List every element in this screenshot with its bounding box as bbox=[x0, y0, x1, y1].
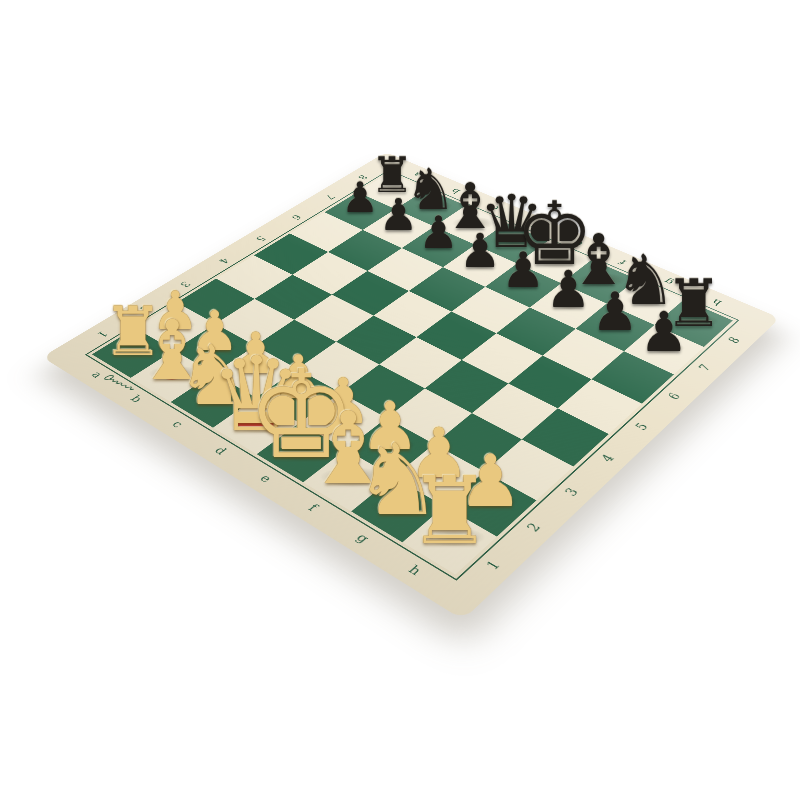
file-label-a-far: a bbox=[411, 172, 423, 179]
rank-label-1-right: 1 bbox=[484, 558, 503, 571]
file-label-g-near: g bbox=[354, 531, 372, 544]
product-photo: aabbccddeeffgghh1122334455667788 ♜♞♝♛♚♝♞… bbox=[0, 0, 800, 800]
file-label-h-near: h bbox=[406, 563, 424, 577]
rank-label-8-right: 8 bbox=[726, 336, 742, 345]
chess-board-mat: aabbccddeeffgghh1122334455667788 bbox=[42, 152, 780, 620]
rank-label-6-left: 6 bbox=[289, 214, 303, 221]
rank-label-2-left: 2 bbox=[138, 304, 153, 312]
rank-label-7-right: 7 bbox=[697, 363, 713, 373]
file-label-f-near: f bbox=[306, 502, 320, 513]
file-label-c-far: c bbox=[489, 204, 501, 211]
rank-label-3-left: 3 bbox=[178, 280, 192, 288]
rank-label-5-right: 5 bbox=[633, 421, 650, 432]
rank-label-4-left: 4 bbox=[217, 257, 231, 265]
file-label-h-far: h bbox=[710, 298, 724, 307]
rank-label-2-right: 2 bbox=[524, 521, 542, 533]
board-grid bbox=[92, 173, 733, 575]
file-label-e-far: e bbox=[572, 240, 585, 248]
rank-label-1-left: 1 bbox=[95, 330, 110, 339]
file-label-d-near: d bbox=[213, 445, 230, 456]
rank-label-5-left: 5 bbox=[254, 235, 268, 242]
rank-label-3-right: 3 bbox=[563, 486, 581, 498]
file-label-g-far: g bbox=[662, 278, 675, 286]
file-label-b-far: b bbox=[449, 188, 462, 195]
file-label-d-far: d bbox=[529, 222, 542, 230]
file-label-f-far: f bbox=[617, 259, 628, 266]
file-label-c-near: c bbox=[170, 419, 186, 429]
rank-label-7-left: 7 bbox=[323, 194, 336, 201]
file-label-e-near: e bbox=[258, 472, 275, 484]
rank-label-6-right: 6 bbox=[666, 391, 683, 401]
rank-label-4-right: 4 bbox=[599, 453, 616, 464]
rank-label-8-left: 8 bbox=[356, 174, 369, 180]
